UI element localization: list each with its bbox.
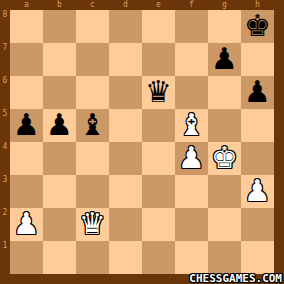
- square-d2[interactable]: [109, 208, 142, 241]
- square-g1[interactable]: [208, 241, 241, 274]
- file-label-e: e: [142, 0, 175, 10]
- square-b7[interactable]: [43, 43, 76, 76]
- square-h1[interactable]: [241, 241, 274, 274]
- square-c5[interactable]: ♝: [76, 109, 109, 142]
- square-e5[interactable]: [142, 109, 175, 142]
- square-a3[interactable]: [10, 175, 43, 208]
- square-h3[interactable]: ♟: [241, 175, 274, 208]
- square-a1[interactable]: [10, 241, 43, 274]
- square-f8[interactable]: [175, 10, 208, 43]
- rank-label-4: 4: [0, 142, 10, 175]
- square-d8[interactable]: [109, 10, 142, 43]
- piece-white-queen-c2[interactable]: ♛: [76, 208, 109, 241]
- square-f4[interactable]: ♟: [175, 142, 208, 175]
- rank-label-2: 2: [0, 208, 10, 241]
- file-label-c: c: [76, 0, 109, 10]
- rank-label-8: 8: [0, 10, 10, 43]
- square-b4[interactable]: [43, 142, 76, 175]
- piece-black-king-h8[interactable]: ♚: [241, 10, 274, 43]
- square-d1[interactable]: [109, 241, 142, 274]
- square-e3[interactable]: [142, 175, 175, 208]
- square-f2[interactable]: [175, 208, 208, 241]
- piece-black-pawn-g7[interactable]: ♟: [208, 43, 241, 76]
- rank-labels: 87654321: [0, 10, 10, 274]
- square-e2[interactable]: [142, 208, 175, 241]
- square-b6[interactable]: [43, 76, 76, 109]
- square-c8[interactable]: [76, 10, 109, 43]
- square-a5[interactable]: ♟: [10, 109, 43, 142]
- piece-white-pawn-h3[interactable]: ♟: [241, 175, 274, 208]
- piece-black-pawn-a5[interactable]: ♟: [10, 109, 43, 142]
- square-f7[interactable]: [175, 43, 208, 76]
- square-g6[interactable]: [208, 76, 241, 109]
- chess-diagram: abcdefgh 87654321 ♚♟♛♟♟♟♝♝♟♚♟♟♛ CHESSGAM…: [0, 0, 284, 284]
- square-d6[interactable]: [109, 76, 142, 109]
- piece-white-pawn-a2[interactable]: ♟: [10, 208, 43, 241]
- file-label-b: b: [43, 0, 76, 10]
- square-g5[interactable]: [208, 109, 241, 142]
- square-h4[interactable]: [241, 142, 274, 175]
- square-b1[interactable]: [43, 241, 76, 274]
- square-b3[interactable]: [43, 175, 76, 208]
- piece-black-pawn-b5[interactable]: ♟: [43, 109, 76, 142]
- square-f3[interactable]: [175, 175, 208, 208]
- square-c3[interactable]: [76, 175, 109, 208]
- square-g4[interactable]: ♚: [208, 142, 241, 175]
- file-labels: abcdefgh: [10, 0, 274, 10]
- site-credit: CHESSGAMES.COM: [189, 273, 282, 284]
- square-a8[interactable]: [10, 10, 43, 43]
- square-g7[interactable]: ♟: [208, 43, 241, 76]
- square-e7[interactable]: [142, 43, 175, 76]
- square-c6[interactable]: [76, 76, 109, 109]
- square-e4[interactable]: [142, 142, 175, 175]
- square-b2[interactable]: [43, 208, 76, 241]
- square-a4[interactable]: [10, 142, 43, 175]
- square-e8[interactable]: [142, 10, 175, 43]
- piece-black-queen-e6[interactable]: ♛: [142, 76, 175, 109]
- square-h7[interactable]: [241, 43, 274, 76]
- square-a2[interactable]: ♟: [10, 208, 43, 241]
- square-a6[interactable]: [10, 76, 43, 109]
- square-e1[interactable]: [142, 241, 175, 274]
- square-c7[interactable]: [76, 43, 109, 76]
- square-b5[interactable]: ♟: [43, 109, 76, 142]
- piece-white-pawn-f4[interactable]: ♟: [175, 142, 208, 175]
- square-f5[interactable]: ♝: [175, 109, 208, 142]
- file-label-g: g: [208, 0, 241, 10]
- square-h8[interactable]: ♚: [241, 10, 274, 43]
- square-h2[interactable]: [241, 208, 274, 241]
- square-g8[interactable]: [208, 10, 241, 43]
- piece-black-pawn-h6[interactable]: ♟: [241, 76, 274, 109]
- square-c2[interactable]: ♛: [76, 208, 109, 241]
- square-d3[interactable]: [109, 175, 142, 208]
- square-h5[interactable]: [241, 109, 274, 142]
- piece-white-bishop-f5[interactable]: ♝: [175, 109, 208, 142]
- square-c1[interactable]: [76, 241, 109, 274]
- rank-label-3: 3: [0, 175, 10, 208]
- square-h6[interactable]: ♟: [241, 76, 274, 109]
- piece-white-king-g4[interactable]: ♚: [208, 142, 241, 175]
- chess-board: ♚♟♛♟♟♟♝♝♟♚♟♟♛: [10, 10, 274, 274]
- square-g3[interactable]: [208, 175, 241, 208]
- square-e6[interactable]: ♛: [142, 76, 175, 109]
- square-g2[interactable]: [208, 208, 241, 241]
- square-d4[interactable]: [109, 142, 142, 175]
- square-f6[interactable]: [175, 76, 208, 109]
- file-label-f: f: [175, 0, 208, 10]
- square-a7[interactable]: [10, 43, 43, 76]
- square-c4[interactable]: [76, 142, 109, 175]
- rank-label-6: 6: [0, 76, 10, 109]
- piece-black-bishop-c5[interactable]: ♝: [76, 109, 109, 142]
- square-d5[interactable]: [109, 109, 142, 142]
- file-label-a: a: [10, 0, 43, 10]
- square-b8[interactable]: [43, 10, 76, 43]
- rank-label-1: 1: [0, 241, 10, 274]
- rank-label-5: 5: [0, 109, 10, 142]
- square-f1[interactable]: [175, 241, 208, 274]
- file-label-d: d: [109, 0, 142, 10]
- square-d7[interactable]: [109, 43, 142, 76]
- rank-label-7: 7: [0, 43, 10, 76]
